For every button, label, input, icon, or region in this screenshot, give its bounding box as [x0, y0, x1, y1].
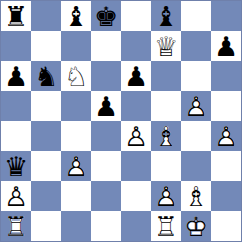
square-e3[interactable]	[121, 151, 151, 181]
white-pawn-piece: ♟♙	[121, 121, 151, 151]
white-rook-piece: ♜♖	[151, 211, 181, 241]
black-bishop-piece: ♝	[151, 1, 181, 31]
square-c2[interactable]	[61, 181, 91, 211]
square-d3[interactable]	[91, 151, 121, 181]
white-pawn-piece: ♟♙	[181, 91, 211, 121]
white-pawn-piece: ♟♙	[61, 151, 91, 181]
black-pawn-piece: ♟	[1, 61, 31, 91]
white-pawn-piece: ♟♙	[151, 181, 181, 211]
square-b3[interactable]	[31, 151, 61, 181]
square-f6[interactable]	[151, 61, 181, 91]
square-h7[interactable]: ♟	[211, 31, 241, 61]
square-c6[interactable]: ♞♘	[61, 61, 91, 91]
white-queen-piece: ♛♕	[151, 31, 181, 61]
black-bishop-piece: ♝	[61, 1, 91, 31]
square-f4[interactable]: ♝♗	[151, 121, 181, 151]
square-d8[interactable]: ♚	[91, 1, 121, 31]
square-a7[interactable]	[1, 31, 31, 61]
square-a5[interactable]	[1, 91, 31, 121]
square-h8[interactable]	[211, 1, 241, 31]
square-d4[interactable]	[91, 121, 121, 151]
square-f5[interactable]	[151, 91, 181, 121]
square-d7[interactable]	[91, 31, 121, 61]
black-pawn-piece: ♟	[91, 91, 121, 121]
white-rook-piece: ♜♖	[1, 211, 31, 241]
chess-board: ♜♝♚♝♛♕♟♟♞♞♘♟♟♟♙♟♙♝♗♟♙♛♟♙♟♙♟♙♝♗♜♖♜♖♚♔	[0, 0, 242, 242]
square-b4[interactable]	[31, 121, 61, 151]
white-king-piece: ♚♔	[181, 211, 211, 241]
square-b6[interactable]: ♞	[31, 61, 61, 91]
square-c8[interactable]: ♝	[61, 1, 91, 31]
white-pawn-piece: ♟♙	[1, 181, 31, 211]
square-c1[interactable]	[61, 211, 91, 241]
square-a6[interactable]: ♟	[1, 61, 31, 91]
square-b2[interactable]	[31, 181, 61, 211]
square-a4[interactable]	[1, 121, 31, 151]
white-knight-piece: ♞♘	[61, 61, 91, 91]
square-b1[interactable]	[31, 211, 61, 241]
square-f2[interactable]: ♟♙	[151, 181, 181, 211]
square-g6[interactable]	[181, 61, 211, 91]
white-pawn-piece: ♟♙	[211, 121, 241, 151]
square-b5[interactable]	[31, 91, 61, 121]
square-e6[interactable]: ♟	[121, 61, 151, 91]
black-pawn-piece: ♟	[121, 61, 151, 91]
square-g7[interactable]	[181, 31, 211, 61]
square-a2[interactable]: ♟♙	[1, 181, 31, 211]
square-c5[interactable]	[61, 91, 91, 121]
black-pawn-piece: ♟	[211, 31, 241, 61]
square-e7[interactable]	[121, 31, 151, 61]
square-d6[interactable]	[91, 61, 121, 91]
square-g2[interactable]: ♝♗	[181, 181, 211, 211]
square-e8[interactable]	[121, 1, 151, 31]
square-e4[interactable]: ♟♙	[121, 121, 151, 151]
square-d2[interactable]	[91, 181, 121, 211]
square-b8[interactable]	[31, 1, 61, 31]
square-d5[interactable]: ♟	[91, 91, 121, 121]
square-a3[interactable]: ♛	[1, 151, 31, 181]
white-bishop-piece: ♝♗	[181, 181, 211, 211]
square-h3[interactable]	[211, 151, 241, 181]
square-f3[interactable]	[151, 151, 181, 181]
black-queen-piece: ♛	[1, 151, 31, 181]
black-king-piece: ♚	[91, 1, 121, 31]
white-bishop-piece: ♝♗	[151, 121, 181, 151]
square-f1[interactable]: ♜♖	[151, 211, 181, 241]
square-c7[interactable]	[61, 31, 91, 61]
black-knight-piece: ♞	[31, 61, 61, 91]
square-g5[interactable]: ♟♙	[181, 91, 211, 121]
square-c4[interactable]	[61, 121, 91, 151]
black-rook-piece: ♜	[1, 1, 31, 31]
square-e5[interactable]	[121, 91, 151, 121]
square-e2[interactable]	[121, 181, 151, 211]
square-h2[interactable]	[211, 181, 241, 211]
square-g3[interactable]	[181, 151, 211, 181]
square-g8[interactable]	[181, 1, 211, 31]
square-g1[interactable]: ♚♔	[181, 211, 211, 241]
square-c3[interactable]: ♟♙	[61, 151, 91, 181]
square-a8[interactable]: ♜	[1, 1, 31, 31]
square-a1[interactable]: ♜♖	[1, 211, 31, 241]
square-h4[interactable]: ♟♙	[211, 121, 241, 151]
square-e1[interactable]	[121, 211, 151, 241]
square-f8[interactable]: ♝	[151, 1, 181, 31]
square-h6[interactable]	[211, 61, 241, 91]
square-h5[interactable]	[211, 91, 241, 121]
square-f7[interactable]: ♛♕	[151, 31, 181, 61]
square-g4[interactable]	[181, 121, 211, 151]
square-d1[interactable]	[91, 211, 121, 241]
square-h1[interactable]	[211, 211, 241, 241]
square-b7[interactable]	[31, 31, 61, 61]
